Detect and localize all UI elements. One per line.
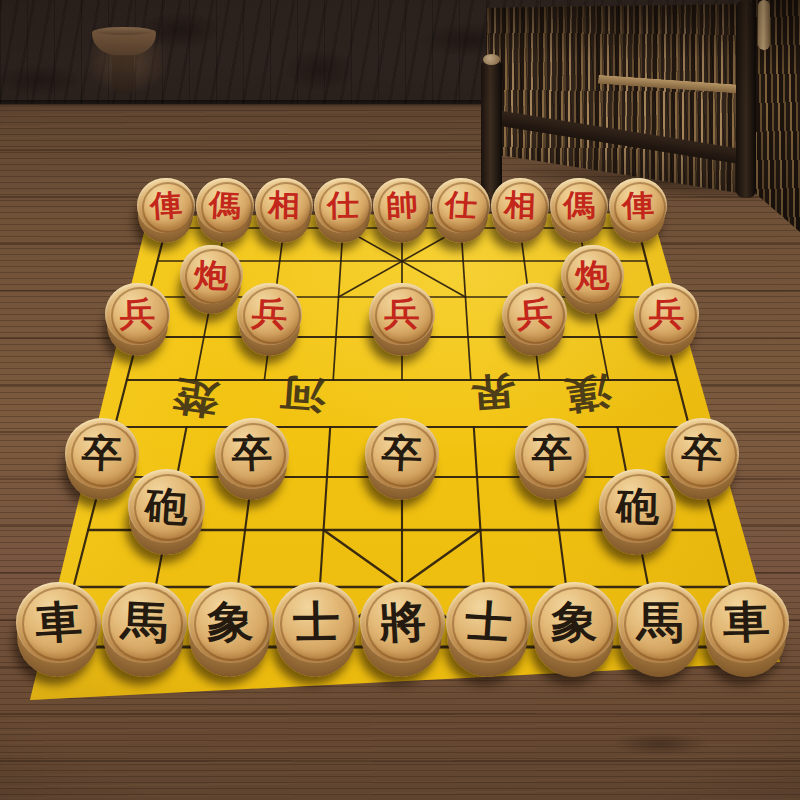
piece-glyph: 炮 [561,246,624,302]
piece-glyph: 俥 [135,178,196,233]
piece-glyph: 砲 [598,471,677,541]
piece-glyph: 卒 [214,420,290,488]
piece-black-soldier[interactable]: 卒 [215,418,289,496]
piece-glyph: 士 [273,584,359,661]
piece-black-soldier[interactable]: 卒 [515,418,589,496]
piece-red-elephant[interactable]: 相 [255,178,313,239]
piece-red-soldier[interactable]: 兵 [502,283,567,352]
piece-red-advisor[interactable]: 仕 [432,178,490,239]
piece-red-soldier[interactable]: 兵 [634,283,699,352]
piece-black-advisor[interactable]: 士 [274,582,359,672]
piece-black-chariot[interactable]: 車 [704,582,789,672]
piece-black-cannon[interactable]: 砲 [599,469,676,551]
piece-glyph: 兵 [633,285,699,344]
piece-red-soldier[interactable]: 兵 [369,283,434,352]
piece-red-horse[interactable]: 傌 [196,178,254,239]
piece-red-soldier[interactable]: 兵 [105,283,170,352]
piece-glyph: 砲 [126,470,208,543]
piece-red-elephant[interactable]: 相 [491,178,549,239]
piece-glyph: 炮 [180,246,244,303]
board-layer: 俥傌相仕帥仕相傌俥炮炮兵兵兵兵兵卒卒卒卒卒砲砲車馬象士將士象馬車 [0,0,800,800]
piece-glyph: 傌 [195,179,256,233]
piece-black-advisor[interactable]: 士 [446,582,531,672]
piece-glyph: 馬 [100,583,189,662]
piece-glyph: 兵 [236,283,305,344]
piece-glyph: 兵 [105,285,171,344]
piece-red-cannon[interactable]: 炮 [180,245,242,311]
piece-glyph: 將 [358,583,447,662]
piece-black-horse[interactable]: 馬 [102,582,187,672]
piece-glyph: 相 [490,179,550,232]
piece-red-advisor[interactable]: 仕 [314,178,372,239]
piece-glyph: 卒 [363,419,440,488]
piece-glyph: 象 [530,584,618,662]
piece-glyph: 士 [443,582,533,662]
piece-red-horse[interactable]: 傌 [550,178,608,239]
piece-glyph: 卒 [515,420,590,487]
piece-black-general[interactable]: 將 [360,582,445,672]
piece-glyph: 馬 [618,585,703,660]
piece-red-soldier[interactable]: 兵 [237,283,302,352]
piece-glyph: 仕 [430,178,491,233]
piece-black-chariot[interactable]: 車 [16,582,101,672]
piece-glyph: 車 [13,582,103,662]
piece-glyph: 兵 [369,285,434,343]
photo-scene: 楚河界漢 俥傌相仕帥仕相傌俥炮炮兵兵兵兵兵卒卒卒卒卒砲砲車馬象士將士象馬車 [0,0,800,800]
piece-red-cannon[interactable]: 炮 [561,245,623,311]
piece-red-chariot[interactable]: 俥 [609,178,667,239]
piece-glyph: 相 [255,180,314,232]
piece-red-chariot[interactable]: 俥 [137,178,195,239]
piece-glyph: 俥 [608,179,668,232]
piece-black-horse[interactable]: 馬 [618,582,703,672]
piece-black-cannon[interactable]: 砲 [128,469,205,551]
piece-black-elephant[interactable]: 象 [188,582,273,672]
piece-glyph: 帥 [372,179,433,233]
piece-glyph: 傌 [550,180,608,231]
piece-glyph: 兵 [500,283,569,344]
piece-black-elephant[interactable]: 象 [532,582,617,672]
piece-glyph: 車 [702,584,790,662]
piece-glyph: 象 [187,584,273,661]
piece-red-general[interactable]: 帥 [373,178,431,239]
piece-glyph: 仕 [314,180,373,232]
piece-black-soldier[interactable]: 卒 [365,418,439,496]
